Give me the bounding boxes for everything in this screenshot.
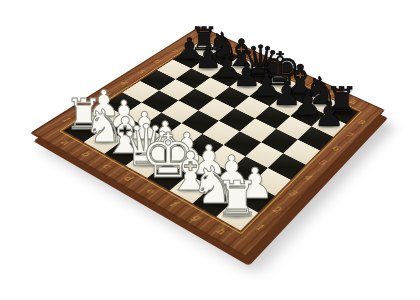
piece-black-pawn-h7[interactable]: ♟ — [314, 97, 345, 131]
pieces-layer: ♜♞♟♝♟♛♟♚♟♝♟♞♟♜♟♟♟♟♜♟♞♟♝♟♛♟♚♟♝♟♞♜ — [0, 0, 420, 300]
piece-white-rook-h1[interactable]: ♜ — [215, 174, 259, 223]
chess-scene: aa88bb77cc66dd55ee44ff33gg22hh11 ♜♞♟♝♟♛♟… — [0, 0, 420, 300]
